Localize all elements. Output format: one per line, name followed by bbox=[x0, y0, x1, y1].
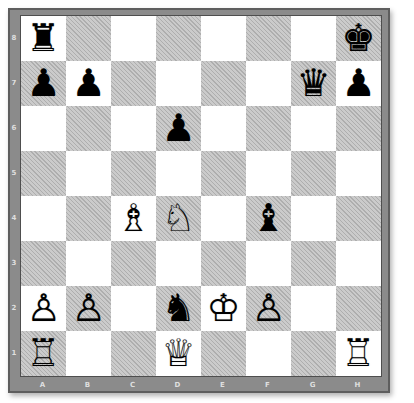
file-label-h: H bbox=[335, 378, 380, 391]
square-c5[interactable] bbox=[111, 151, 156, 196]
square-b5[interactable] bbox=[66, 151, 111, 196]
square-f3[interactable] bbox=[246, 241, 291, 286]
square-d6[interactable]: ♟ bbox=[156, 106, 201, 151]
square-f8[interactable] bbox=[246, 16, 291, 61]
chess-board: ♜♚♟♟♛♟♟♗♘♝♙♙♞♔♙♖♕♖ bbox=[20, 15, 382, 377]
file-label-b: B bbox=[65, 378, 110, 391]
square-a1[interactable]: ♖ bbox=[21, 331, 66, 376]
square-a2[interactable]: ♙ bbox=[21, 286, 66, 331]
square-h5[interactable] bbox=[336, 151, 381, 196]
square-c2[interactable] bbox=[111, 286, 156, 331]
square-b2[interactable]: ♙ bbox=[66, 286, 111, 331]
file-label-a: A bbox=[20, 378, 65, 391]
file-label-c: C bbox=[110, 378, 155, 391]
square-b6[interactable] bbox=[66, 106, 111, 151]
square-f7[interactable] bbox=[246, 61, 291, 106]
square-d3[interactable] bbox=[156, 241, 201, 286]
square-h2[interactable] bbox=[336, 286, 381, 331]
square-c6[interactable] bbox=[111, 106, 156, 151]
square-d4[interactable]: ♘ bbox=[156, 196, 201, 241]
square-e6[interactable] bbox=[201, 106, 246, 151]
square-g1[interactable] bbox=[291, 331, 336, 376]
rank-label-3: 3 bbox=[9, 240, 19, 285]
square-e1[interactable] bbox=[201, 331, 246, 376]
square-b3[interactable] bbox=[66, 241, 111, 286]
square-g5[interactable] bbox=[291, 151, 336, 196]
square-c1[interactable] bbox=[111, 331, 156, 376]
square-g7[interactable]: ♛ bbox=[291, 61, 336, 106]
rank-label-4: 4 bbox=[9, 195, 19, 240]
piece-white-pawn[interactable]: ♙ bbox=[26, 286, 60, 331]
rank-labels: 87654321 bbox=[9, 15, 19, 375]
piece-black-queen[interactable]: ♛ bbox=[296, 61, 330, 106]
square-f2[interactable]: ♙ bbox=[246, 286, 291, 331]
square-h1[interactable]: ♖ bbox=[336, 331, 381, 376]
square-b7[interactable]: ♟ bbox=[66, 61, 111, 106]
square-h6[interactable] bbox=[336, 106, 381, 151]
square-e5[interactable] bbox=[201, 151, 246, 196]
board-frame: 87654321 ♜♚♟♟♛♟♟♗♘♝♙♙♞♔♙♖♕♖ ABCDEFGH bbox=[8, 8, 390, 393]
square-c4[interactable]: ♗ bbox=[111, 196, 156, 241]
square-h4[interactable] bbox=[336, 196, 381, 241]
piece-white-rook[interactable]: ♖ bbox=[341, 331, 375, 376]
square-b4[interactable] bbox=[66, 196, 111, 241]
square-d1[interactable]: ♕ bbox=[156, 331, 201, 376]
square-b8[interactable] bbox=[66, 16, 111, 61]
piece-white-knight[interactable]: ♘ bbox=[161, 196, 195, 241]
square-e4[interactable] bbox=[201, 196, 246, 241]
square-a6[interactable] bbox=[21, 106, 66, 151]
piece-white-queen[interactable]: ♕ bbox=[161, 331, 195, 376]
piece-white-bishop[interactable]: ♗ bbox=[116, 196, 150, 241]
square-h7[interactable]: ♟ bbox=[336, 61, 381, 106]
piece-black-bishop[interactable]: ♝ bbox=[251, 196, 285, 241]
square-a7[interactable]: ♟ bbox=[21, 61, 66, 106]
file-label-f: F bbox=[245, 378, 290, 391]
square-g4[interactable] bbox=[291, 196, 336, 241]
square-a8[interactable]: ♜ bbox=[21, 16, 66, 61]
rank-label-1: 1 bbox=[9, 330, 19, 375]
piece-white-king[interactable]: ♔ bbox=[206, 286, 240, 331]
piece-black-pawn[interactable]: ♟ bbox=[26, 61, 60, 106]
rank-label-6: 6 bbox=[9, 105, 19, 150]
square-e3[interactable] bbox=[201, 241, 246, 286]
square-d2[interactable]: ♞ bbox=[156, 286, 201, 331]
square-h8[interactable]: ♚ bbox=[336, 16, 381, 61]
square-f1[interactable] bbox=[246, 331, 291, 376]
file-label-g: G bbox=[290, 378, 335, 391]
piece-black-pawn[interactable]: ♟ bbox=[71, 61, 105, 106]
square-b1[interactable] bbox=[66, 331, 111, 376]
file-labels: ABCDEFGH bbox=[20, 378, 382, 391]
piece-white-rook[interactable]: ♖ bbox=[26, 331, 60, 376]
square-a5[interactable] bbox=[21, 151, 66, 196]
square-f6[interactable] bbox=[246, 106, 291, 151]
square-g8[interactable] bbox=[291, 16, 336, 61]
square-f4[interactable]: ♝ bbox=[246, 196, 291, 241]
piece-white-pawn[interactable]: ♙ bbox=[71, 286, 105, 331]
piece-black-rook[interactable]: ♜ bbox=[26, 16, 60, 61]
square-d5[interactable] bbox=[156, 151, 201, 196]
file-label-e: E bbox=[200, 378, 245, 391]
rank-label-2: 2 bbox=[9, 285, 19, 330]
square-e8[interactable] bbox=[201, 16, 246, 61]
piece-black-king[interactable]: ♚ bbox=[341, 16, 375, 61]
square-h3[interactable] bbox=[336, 241, 381, 286]
square-c3[interactable] bbox=[111, 241, 156, 286]
file-label-d: D bbox=[155, 378, 200, 391]
rank-label-7: 7 bbox=[9, 60, 19, 105]
piece-white-pawn[interactable]: ♙ bbox=[251, 286, 285, 331]
square-c8[interactable] bbox=[111, 16, 156, 61]
square-g6[interactable] bbox=[291, 106, 336, 151]
square-a3[interactable] bbox=[21, 241, 66, 286]
rank-label-8: 8 bbox=[9, 15, 19, 60]
square-a4[interactable] bbox=[21, 196, 66, 241]
piece-black-pawn[interactable]: ♟ bbox=[341, 61, 375, 106]
square-g3[interactable] bbox=[291, 241, 336, 286]
square-e2[interactable]: ♔ bbox=[201, 286, 246, 331]
square-c7[interactable] bbox=[111, 61, 156, 106]
square-g2[interactable] bbox=[291, 286, 336, 331]
square-f5[interactable] bbox=[246, 151, 291, 196]
rank-label-5: 5 bbox=[9, 150, 19, 195]
piece-black-knight[interactable]: ♞ bbox=[161, 286, 195, 331]
piece-black-pawn[interactable]: ♟ bbox=[161, 106, 195, 151]
square-d8[interactable] bbox=[156, 16, 201, 61]
square-d7[interactable] bbox=[156, 61, 201, 106]
square-e7[interactable] bbox=[201, 61, 246, 106]
